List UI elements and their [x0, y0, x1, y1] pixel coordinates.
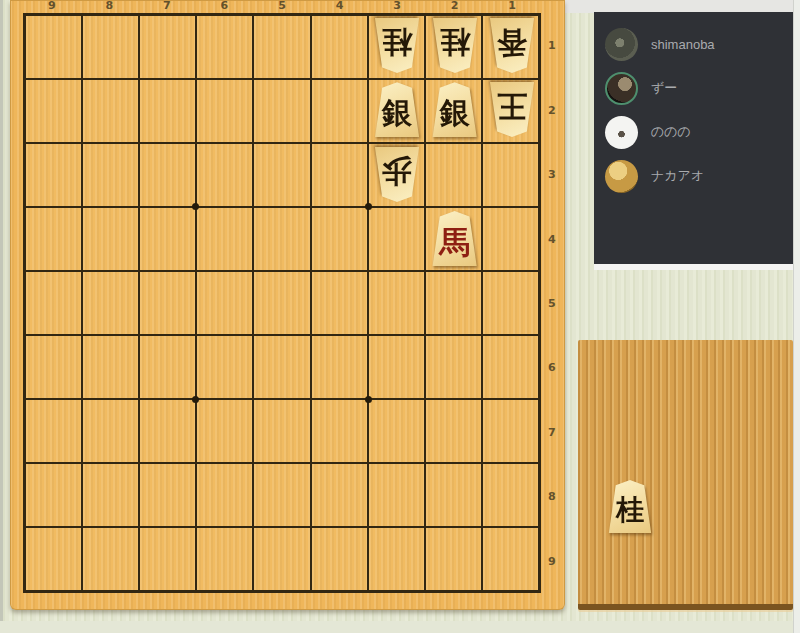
board-cell[interactable] [26, 336, 81, 398]
shogi-piece-keima-gote[interactable]: 桂 [373, 18, 421, 73]
board-cell[interactable] [369, 208, 424, 270]
board-cell[interactable] [254, 400, 309, 462]
board-cell[interactable] [254, 272, 309, 334]
board-cell[interactable] [197, 144, 252, 206]
shogi-piece-osho-gote[interactable]: 王 [488, 82, 536, 137]
file-label: 8 [81, 0, 139, 12]
board-cell[interactable] [140, 144, 195, 206]
board-cell[interactable] [312, 464, 367, 526]
user-name: shimanoba [651, 37, 715, 52]
bottom-background [0, 621, 793, 633]
board-cell[interactable] [254, 208, 309, 270]
board-cell[interactable] [483, 208, 538, 270]
board-cell[interactable] [254, 144, 309, 206]
piece-body: 銀 [373, 82, 421, 137]
board-cell[interactable] [254, 336, 309, 398]
board-cell[interactable] [26, 16, 81, 78]
board-cell[interactable] [140, 208, 195, 270]
rank-label: 9 [542, 555, 562, 568]
hoshi-dot [192, 203, 199, 210]
voice-chat-panel: shimanobaずーのののナカアオ [594, 12, 793, 270]
board-cell[interactable] [26, 464, 81, 526]
rank-label: 3 [542, 168, 562, 181]
shogi-piece-fuhyo-gote[interactable]: 歩 [373, 147, 421, 202]
user-name: ナカアオ [651, 167, 704, 185]
board-cell[interactable] [26, 208, 81, 270]
board-cell[interactable] [483, 336, 538, 398]
board-cell[interactable] [197, 16, 252, 78]
board-cell[interactable] [26, 528, 81, 590]
board-cell[interactable] [83, 464, 138, 526]
user-avatar-scribble-dark-icon [605, 28, 638, 61]
board-cell[interactable] [83, 336, 138, 398]
voice-user-row[interactable]: shimanoba [594, 22, 793, 66]
piece-kanji: 馬 [439, 218, 470, 266]
board-cell[interactable] [369, 336, 424, 398]
board-cell[interactable] [426, 272, 481, 334]
hoshi-dot [365, 396, 372, 403]
board-cell[interactable] [197, 528, 252, 590]
piece-kanji: 桂 [440, 18, 470, 66]
board-cell[interactable] [254, 528, 309, 590]
board-cell[interactable] [254, 80, 309, 142]
board-cell[interactable] [26, 272, 81, 334]
board-cell[interactable] [426, 336, 481, 398]
board-cell[interactable] [312, 80, 367, 142]
board-cell[interactable] [483, 144, 538, 206]
board-cell[interactable] [426, 144, 481, 206]
board-cell[interactable] [140, 400, 195, 462]
board-cell[interactable] [483, 464, 538, 526]
rank-label: 1 [542, 39, 562, 52]
piece-body: 桂 [431, 18, 479, 73]
file-label: 2 [426, 0, 484, 12]
piece-kanji: 桂 [382, 18, 412, 66]
hoshi-dot [365, 203, 372, 210]
board-cell[interactable] [26, 400, 81, 462]
board-cell[interactable] [197, 272, 252, 334]
board-cell[interactable] [140, 528, 195, 590]
user-name: ずー [651, 79, 677, 97]
board-cell[interactable] [312, 336, 367, 398]
board-cell[interactable] [312, 208, 367, 270]
shogi-piece-kyosha-gote[interactable]: 香 [488, 18, 536, 73]
board-cell[interactable] [426, 528, 481, 590]
board-cell[interactable] [312, 16, 367, 78]
board-cell[interactable] [140, 16, 195, 78]
piece-body: 桂 [373, 18, 421, 73]
voice-user-row[interactable]: ののの [594, 110, 793, 154]
board-cell[interactable] [312, 272, 367, 334]
piece-body: 桂 [607, 480, 653, 533]
piece-kanji: 銀 [382, 89, 412, 137]
sente-piece-stand: 桂 [578, 340, 793, 610]
board-cell[interactable] [483, 528, 538, 590]
file-label: 6 [196, 0, 254, 12]
piece-kanji: 歩 [382, 147, 412, 195]
rank-label: 6 [542, 361, 562, 374]
board-cell[interactable] [426, 400, 481, 462]
rank-label: 7 [542, 426, 562, 439]
file-label: 3 [368, 0, 426, 12]
user-name: ののの [651, 123, 691, 141]
board-cell[interactable] [83, 400, 138, 462]
file-label: 1 [483, 0, 541, 12]
piece-body: 王 [488, 82, 536, 137]
board-cell[interactable] [26, 144, 81, 206]
board-cell[interactable] [483, 272, 538, 334]
rank-label: 8 [542, 490, 562, 503]
shogi-piece-keima-gote[interactable]: 桂 [431, 18, 479, 73]
user-avatar-photo-green-ring-icon [605, 72, 638, 105]
piece-body: 馬 [431, 211, 479, 266]
board-cell[interactable] [83, 528, 138, 590]
shogi-board: 987654321123456789 桂桂香銀銀王歩馬 [10, 0, 565, 610]
rank-label: 5 [542, 297, 562, 310]
board-cell[interactable] [26, 80, 81, 142]
user-avatar-white-doodle-icon [605, 116, 638, 149]
piece-body: 香 [488, 18, 536, 73]
piece-kanji: 香 [497, 18, 527, 66]
board-cell[interactable] [197, 336, 252, 398]
right-edge-strip [793, 0, 800, 633]
rank-label: 2 [542, 104, 562, 117]
board-cell[interactable] [312, 144, 367, 206]
board-cell[interactable] [369, 272, 424, 334]
piece-body: 銀 [431, 82, 479, 137]
file-label: 4 [311, 0, 369, 12]
voice-user-row[interactable]: ずー [594, 66, 793, 110]
board-cell[interactable] [369, 400, 424, 462]
left-edge-strip [0, 0, 3, 633]
board-cell[interactable] [197, 208, 252, 270]
user-avatar-gold-photo-icon [605, 160, 638, 193]
board-cell[interactable] [83, 144, 138, 206]
board-cell[interactable] [140, 464, 195, 526]
shogi-piece-uma-sente[interactable]: 馬 [431, 211, 479, 266]
piece-body: 歩 [373, 147, 421, 202]
file-label: 7 [138, 0, 196, 12]
shogi-piece-ginsho-sente[interactable]: 銀 [373, 82, 421, 137]
board-cell[interactable] [197, 464, 252, 526]
board-cell[interactable] [254, 16, 309, 78]
board-cell[interactable] [140, 336, 195, 398]
piece-kanji: 桂 [616, 487, 644, 533]
rank-label: 4 [542, 233, 562, 246]
board-cell[interactable] [83, 16, 138, 78]
board-cell[interactable] [369, 528, 424, 590]
board-cell[interactable] [369, 464, 424, 526]
shogi-piece-keima-sente[interactable]: 桂 [607, 480, 653, 533]
board-cell[interactable] [197, 80, 252, 142]
app-screen: 987654321123456789 桂桂香銀銀王歩馬 shimanobaずーの… [0, 0, 800, 633]
board-cell[interactable] [312, 528, 367, 590]
board-cell[interactable] [83, 208, 138, 270]
board-cell[interactable] [83, 272, 138, 334]
piece-kanji: 王 [497, 82, 527, 130]
board-cell[interactable] [140, 80, 195, 142]
board-cell[interactable] [312, 400, 367, 462]
file-label: 9 [23, 0, 81, 12]
voice-user-row[interactable]: ナカアオ [594, 154, 793, 198]
board-cell[interactable] [83, 80, 138, 142]
file-label: 5 [253, 0, 311, 12]
board-cell[interactable] [483, 400, 538, 462]
board-cell[interactable] [197, 400, 252, 462]
shogi-piece-ginsho-sente[interactable]: 銀 [431, 82, 479, 137]
piece-kanji: 銀 [440, 89, 470, 137]
board-cell[interactable] [426, 464, 481, 526]
board-cell[interactable] [254, 464, 309, 526]
board-cell[interactable] [140, 272, 195, 334]
